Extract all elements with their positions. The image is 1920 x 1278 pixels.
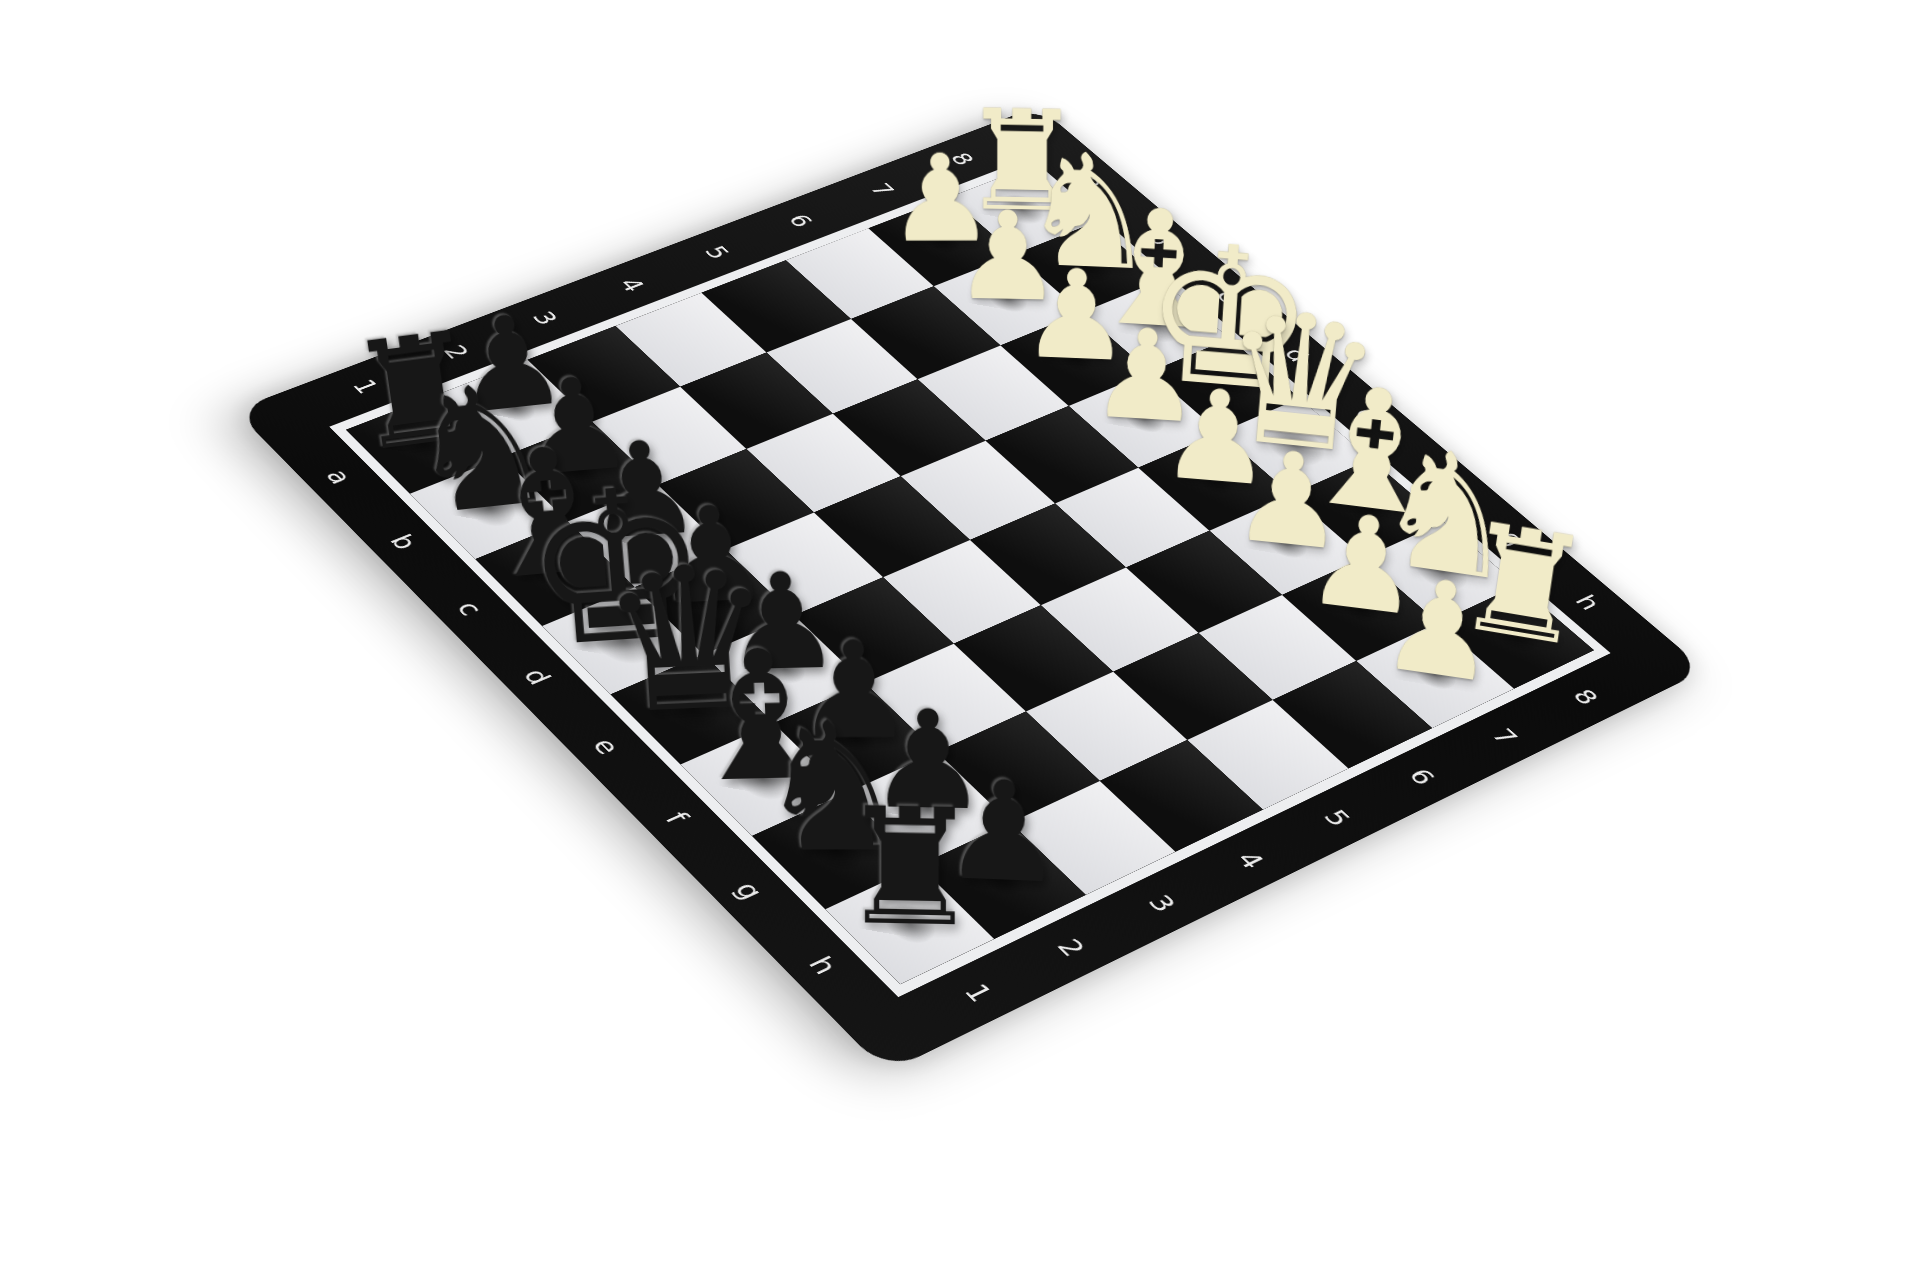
pieces-layer: ♜♞♝♚♛♝♞♜♟♟♟♟♟♟♟♟♟♟♟♟♟♟♟♟♜♞♝♚♛♝♞♜	[346, 167, 1594, 985]
chess-board-mat: abcdefgh abcdefgh 87654321 87654321 ♜♞♝♚…	[234, 106, 1705, 1073]
photo-scene: abcdefgh abcdefgh 87654321 87654321 ♜♞♝♚…	[0, 0, 1920, 1278]
perspective-layer: abcdefgh abcdefgh 87654321 87654321 ♜♞♝♚…	[0, 0, 1920, 1278]
camera-shear: abcdefgh abcdefgh 87654321 87654321 ♜♞♝♚…	[0, 0, 1920, 1278]
